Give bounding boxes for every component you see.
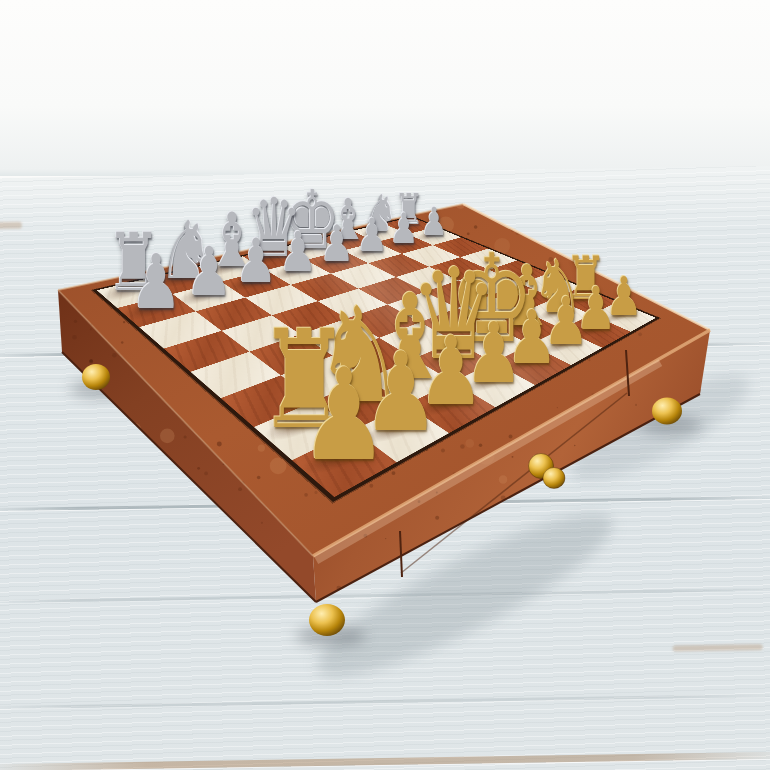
ball-foot <box>309 604 345 636</box>
piece-silver-pawn-e7[interactable]: ♟ <box>319 218 354 268</box>
ball-foot <box>82 364 110 390</box>
piece-silver-pawn-d7[interactable]: ♟ <box>279 224 318 279</box>
piece-silver-pawn-c7[interactable]: ♟ <box>234 231 277 292</box>
ball-foot <box>652 398 682 425</box>
piece-silver-pawn-h7[interactable]: ♟ <box>421 202 448 241</box>
piece-silver-pawn-a7[interactable]: ♟ <box>130 245 183 320</box>
piece-silver-pawn-b7[interactable]: ♟ <box>185 238 232 306</box>
piece-gold-pawn-a1[interactable]: ♟ <box>300 352 389 479</box>
scene-chess-set-photo: ♜♞♝♛♚♝♞♜♟♟♟♟♟♟♟♟♜♞♝♛♚♝♞♜♟♟♟♟♟♟♟♟ <box>0 0 770 770</box>
drawer-knob[interactable] <box>543 468 565 489</box>
piece-silver-pawn-f7[interactable]: ♟ <box>356 213 388 259</box>
